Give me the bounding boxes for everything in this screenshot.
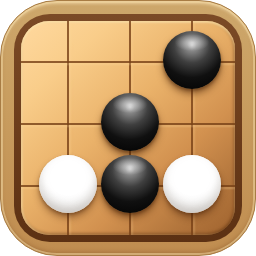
black-stone: ● [101,155,159,213]
stone-glyph: ● [171,36,213,84]
white-stone: ○ [39,155,97,213]
black-stone: ● [101,93,159,151]
stones-grid: ●●○●○ [37,31,223,217]
black-stone: ● [163,31,221,89]
intersection-r1c1[interactable]: ● [99,93,161,155]
intersection-r2c0[interactable]: ○ [37,155,99,217]
intersection-r2c1[interactable]: ● [99,155,161,217]
stone-glyph: ● [109,160,151,208]
intersection-r1c2[interactable] [161,93,223,155]
white-stone: ○ [163,155,221,213]
stone-glyph: ● [109,98,151,146]
stone-glyph: ○ [47,160,89,208]
intersection-r0c0[interactable] [37,31,99,93]
stone-glyph: ○ [171,160,213,208]
intersection-r0c1[interactable] [99,31,161,93]
gomoku-app-icon[interactable]: ●●○●○ [0,0,256,256]
go-board: ●●○●○ [21,21,235,235]
intersection-r0c2[interactable]: ● [161,31,223,93]
intersection-r1c0[interactable] [37,93,99,155]
intersection-r2c2[interactable]: ○ [161,155,223,217]
